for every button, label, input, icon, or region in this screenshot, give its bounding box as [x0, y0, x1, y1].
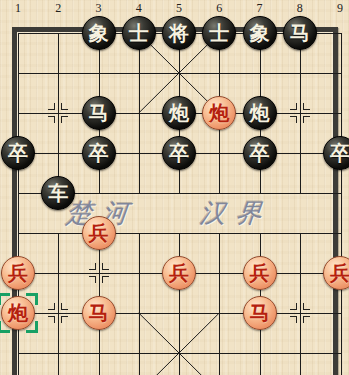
file-label-7: 7	[257, 1, 263, 15]
board-cell[interactable]	[140, 194, 180, 234]
piece-glyph: 兵	[330, 263, 349, 283]
piece-glyph: 马	[290, 23, 310, 43]
piece-glyph: 士	[129, 23, 149, 43]
black-elephant[interactable]: 象	[243, 16, 277, 50]
xiangqi-board[interactable]: 123456789 楚河 汉界 象士将士象马马炮炮炮卒卒卒卒卒车兵兵兵兵兵炮马马	[0, 0, 349, 375]
piece-glyph: 炮	[250, 103, 270, 123]
board-cell[interactable]	[19, 34, 59, 74]
file-label-9: 9	[337, 1, 343, 15]
board-cell[interactable]	[100, 354, 140, 375]
black-soldier[interactable]: 卒	[1, 136, 35, 170]
piece-glyph: 卒	[169, 143, 189, 163]
black-cannon[interactable]: 炮	[243, 96, 277, 130]
black-general[interactable]: 将	[162, 16, 196, 50]
point-marker	[290, 103, 310, 123]
piece-glyph: 炮	[209, 103, 229, 123]
piece-glyph: 兵	[89, 223, 109, 243]
point-marker	[48, 303, 68, 323]
black-chariot[interactable]: 车	[41, 176, 75, 210]
piece-glyph: 兵	[169, 263, 189, 283]
piece-glyph: 象	[250, 23, 270, 43]
board-cell[interactable]	[140, 354, 180, 375]
board-cell[interactable]	[180, 314, 220, 354]
black-horse[interactable]: 马	[283, 16, 317, 50]
black-soldier[interactable]: 卒	[162, 136, 196, 170]
file-label-4: 4	[136, 1, 142, 15]
black-elephant[interactable]: 象	[82, 16, 116, 50]
point-marker	[290, 303, 310, 323]
board-cell[interactable]	[180, 354, 220, 375]
file-label-3: 3	[96, 1, 102, 15]
file-label-6: 6	[216, 1, 222, 15]
red-soldier[interactable]: 兵	[1, 256, 35, 290]
black-soldier[interactable]: 卒	[82, 136, 116, 170]
piece-glyph: 将	[169, 23, 189, 43]
board-cell[interactable]	[220, 354, 260, 375]
board-cell[interactable]	[301, 194, 341, 234]
red-horse[interactable]: 马	[82, 296, 116, 330]
piece-glyph: 象	[89, 23, 109, 43]
board-cell[interactable]	[261, 354, 301, 375]
red-soldier[interactable]: 兵	[323, 256, 349, 290]
piece-glyph: 卒	[250, 143, 270, 163]
file-label-1: 1	[15, 1, 21, 15]
red-cannon[interactable]: 炮	[202, 96, 236, 130]
piece-glyph: 马	[250, 303, 270, 323]
piece-glyph: 马	[89, 303, 109, 323]
red-soldier[interactable]: 兵	[162, 256, 196, 290]
file-label-2: 2	[55, 1, 61, 15]
black-advisor[interactable]: 士	[202, 16, 236, 50]
black-soldier[interactable]: 卒	[243, 136, 277, 170]
point-marker	[48, 103, 68, 123]
piece-glyph: 卒	[330, 143, 349, 163]
piece-glyph: 车	[48, 183, 68, 203]
black-cannon[interactable]: 炮	[162, 96, 196, 130]
board-cell[interactable]	[59, 354, 99, 375]
piece-glyph: 炮	[8, 303, 28, 323]
piece-glyph: 炮	[169, 103, 189, 123]
file-label-8: 8	[297, 1, 303, 15]
red-soldier[interactable]: 兵	[243, 256, 277, 290]
board-cell[interactable]	[19, 354, 59, 375]
river-text-right: 汉界	[198, 196, 274, 231]
point-marker	[89, 263, 109, 283]
board-cell[interactable]	[301, 354, 341, 375]
file-label-5: 5	[176, 1, 182, 15]
piece-glyph: 士	[209, 23, 229, 43]
piece-glyph: 兵	[8, 263, 28, 283]
board-cell[interactable]	[140, 314, 180, 354]
piece-glyph: 卒	[89, 143, 109, 163]
piece-glyph: 兵	[250, 263, 270, 283]
red-horse[interactable]: 马	[243, 296, 277, 330]
piece-glyph: 卒	[8, 143, 28, 163]
black-soldier[interactable]: 卒	[323, 136, 349, 170]
black-horse[interactable]: 马	[82, 96, 116, 130]
piece-glyph: 马	[89, 103, 109, 123]
black-advisor[interactable]: 士	[122, 16, 156, 50]
red-cannon[interactable]: 炮	[1, 296, 35, 330]
red-soldier[interactable]: 兵	[82, 216, 116, 250]
